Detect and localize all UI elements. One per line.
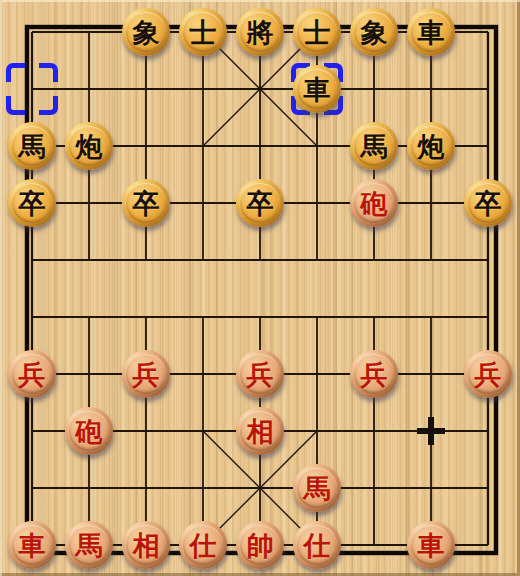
piece-black-chariot[interactable]: 車 xyxy=(407,8,455,56)
piece-glyph: 兵 xyxy=(19,361,46,388)
piece-glyph: 馬 xyxy=(361,133,388,160)
piece-glyph: 車 xyxy=(418,532,445,559)
piece-black-horse[interactable]: 馬 xyxy=(350,122,398,170)
piece-black-soldier[interactable]: 卒 xyxy=(8,179,56,227)
piece-red-soldier[interactable]: 兵 xyxy=(236,350,284,398)
piece-red-chariot[interactable]: 車 xyxy=(8,521,56,569)
piece-red-soldier[interactable]: 兵 xyxy=(350,350,398,398)
piece-glyph: 象 xyxy=(361,19,388,46)
piece-red-soldier[interactable]: 兵 xyxy=(122,350,170,398)
piece-glyph: 馬 xyxy=(76,532,103,559)
piece-glyph: 相 xyxy=(247,418,274,445)
piece-glyph: 相 xyxy=(133,532,160,559)
piece-glyph: 砲 xyxy=(361,190,388,217)
piece-glyph: 卒 xyxy=(19,190,46,217)
piece-red-horse[interactable]: 馬 xyxy=(293,464,341,512)
piece-glyph: 卒 xyxy=(247,190,274,217)
piece-black-advisor[interactable]: 士 xyxy=(179,8,227,56)
piece-red-advisor[interactable]: 仕 xyxy=(179,521,227,569)
piece-black-cannon[interactable]: 炮 xyxy=(65,122,113,170)
piece-glyph: 砲 xyxy=(76,418,103,445)
piece-black-soldier[interactable]: 卒 xyxy=(464,179,512,227)
piece-red-horse[interactable]: 馬 xyxy=(65,521,113,569)
piece-glyph: 兵 xyxy=(475,361,502,388)
piece-black-soldier[interactable]: 卒 xyxy=(236,179,284,227)
piece-glyph: 兵 xyxy=(133,361,160,388)
piece-glyph: 炮 xyxy=(76,133,103,160)
piece-black-horse[interactable]: 馬 xyxy=(8,122,56,170)
piece-red-general[interactable]: 帥 xyxy=(236,521,284,569)
piece-glyph: 車 xyxy=(418,19,445,46)
piece-glyph: 兵 xyxy=(247,361,274,388)
piece-black-cannon[interactable]: 炮 xyxy=(407,122,455,170)
pieces-layer: 象士將士象車車馬炮馬炮卒卒卒卒砲兵兵兵兵兵砲相馬車馬相仕帥仕車 xyxy=(0,0,520,576)
piece-glyph: 士 xyxy=(304,19,331,46)
piece-glyph: 馬 xyxy=(304,475,331,502)
piece-glyph: 將 xyxy=(247,19,274,46)
piece-glyph: 車 xyxy=(19,532,46,559)
piece-glyph: 馬 xyxy=(19,133,46,160)
piece-black-soldier[interactable]: 卒 xyxy=(122,179,170,227)
piece-glyph: 帥 xyxy=(247,532,274,559)
piece-black-general[interactable]: 將 xyxy=(236,8,284,56)
piece-glyph: 炮 xyxy=(418,133,445,160)
xiangqi-board: 象士將士象車車馬炮馬炮卒卒卒卒砲兵兵兵兵兵砲相馬車馬相仕帥仕車 xyxy=(0,0,520,576)
piece-glyph: 兵 xyxy=(361,361,388,388)
piece-glyph: 象 xyxy=(133,19,160,46)
piece-red-chariot[interactable]: 車 xyxy=(407,521,455,569)
piece-glyph: 卒 xyxy=(133,190,160,217)
piece-red-cannon[interactable]: 砲 xyxy=(65,407,113,455)
piece-black-elephant[interactable]: 象 xyxy=(350,8,398,56)
piece-glyph: 卒 xyxy=(475,190,502,217)
piece-black-elephant[interactable]: 象 xyxy=(122,8,170,56)
piece-glyph: 仕 xyxy=(190,532,217,559)
piece-red-elephant[interactable]: 相 xyxy=(236,407,284,455)
piece-black-advisor[interactable]: 士 xyxy=(293,8,341,56)
piece-glyph: 仕 xyxy=(304,532,331,559)
piece-red-cannon[interactable]: 砲 xyxy=(350,179,398,227)
piece-red-soldier[interactable]: 兵 xyxy=(8,350,56,398)
piece-black-chariot-selected[interactable]: 車 xyxy=(293,65,341,113)
piece-red-elephant[interactable]: 相 xyxy=(122,521,170,569)
piece-red-soldier[interactable]: 兵 xyxy=(464,350,512,398)
piece-red-advisor[interactable]: 仕 xyxy=(293,521,341,569)
piece-glyph: 士 xyxy=(190,19,217,46)
piece-glyph: 車 xyxy=(304,76,331,103)
